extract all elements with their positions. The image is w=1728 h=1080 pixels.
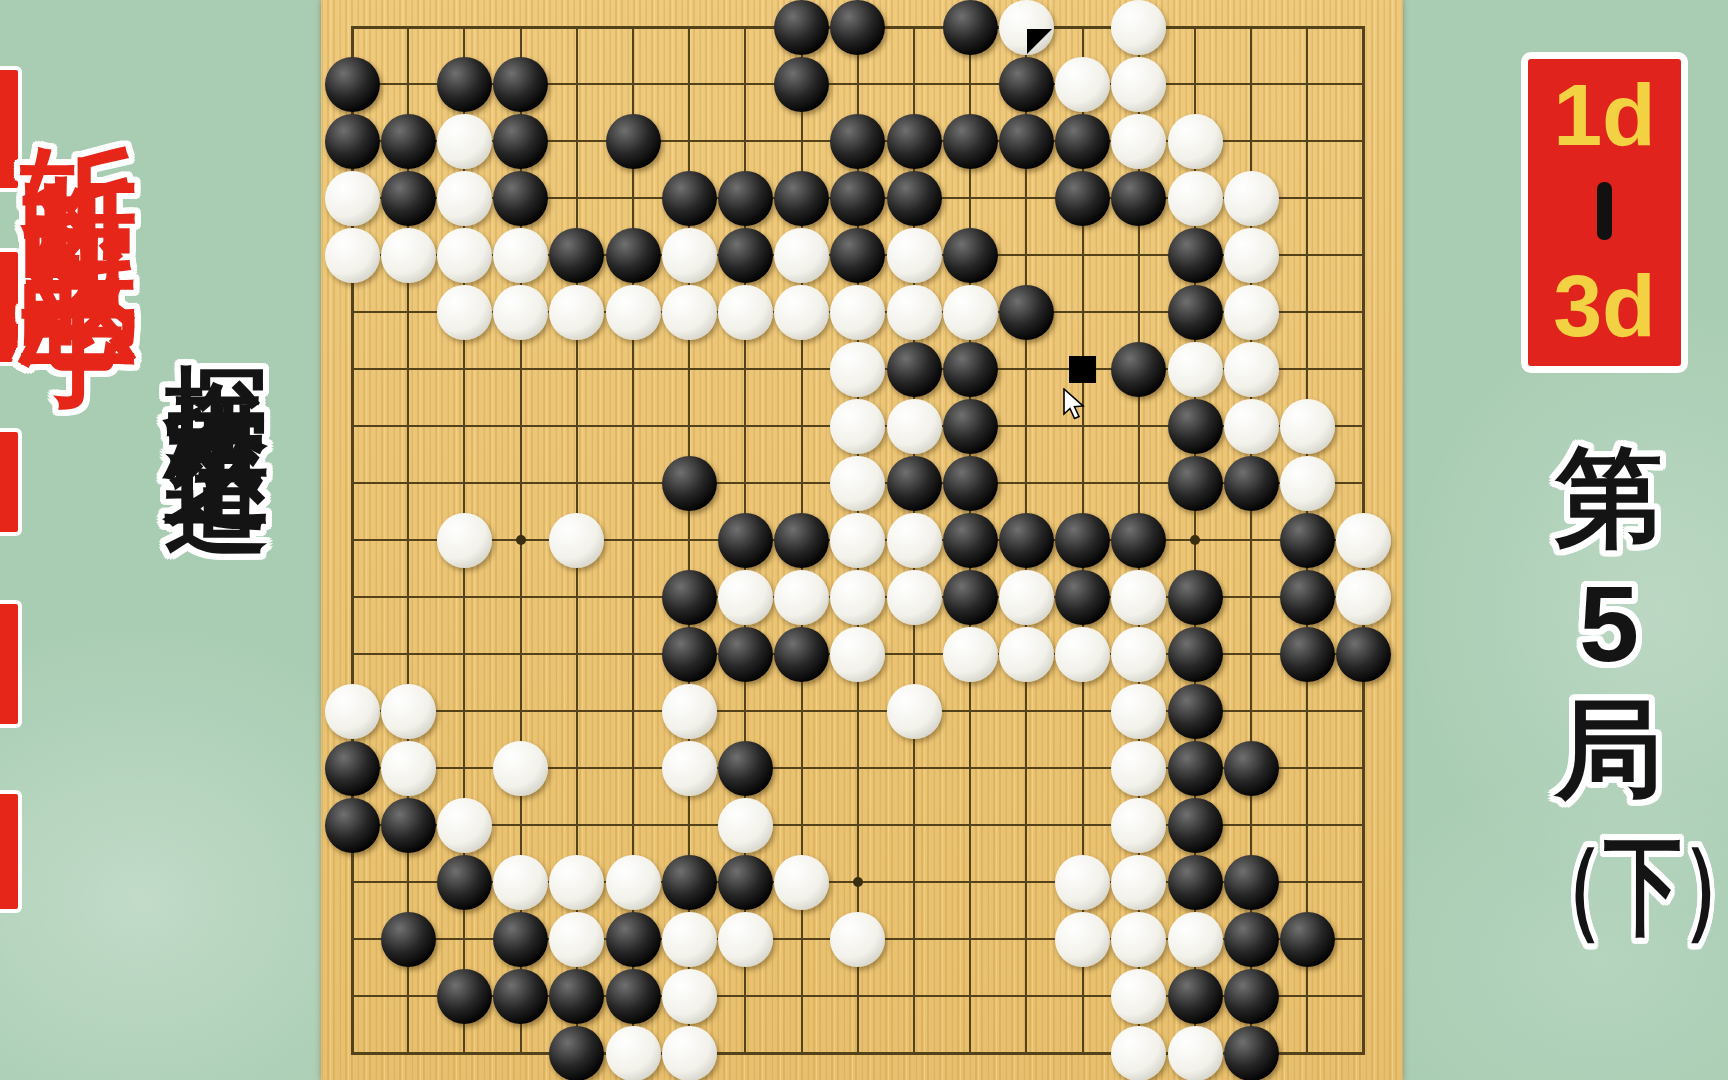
black-stone (774, 513, 829, 568)
white-stone (830, 399, 885, 454)
white-stone (1168, 342, 1223, 397)
black-stone (606, 114, 661, 169)
black-stone (1111, 513, 1166, 568)
black-stone (718, 171, 773, 226)
black-stone (325, 114, 380, 169)
white-stone (1168, 171, 1223, 226)
black-stone (1168, 969, 1223, 1024)
episode-caption-char: 5 (1494, 568, 1724, 680)
black-stone (549, 1026, 604, 1080)
white-stone (887, 684, 942, 739)
white-stone (774, 855, 829, 910)
white-stone (1224, 342, 1279, 397)
black-stone (943, 228, 998, 283)
black-stone (662, 171, 717, 226)
black-stone (999, 285, 1054, 340)
black-stone (830, 114, 885, 169)
white-stone (1111, 1026, 1166, 1080)
square-marker (1069, 356, 1096, 383)
black-stone (1168, 798, 1223, 853)
black-stone (325, 57, 380, 112)
white-stone (1224, 285, 1279, 340)
black-stone (1168, 741, 1223, 796)
black-stone (381, 114, 436, 169)
black-stone (999, 513, 1054, 568)
black-stone (943, 0, 998, 55)
white-stone (325, 228, 380, 283)
white-stone (1111, 969, 1166, 1024)
black-stone (662, 627, 717, 682)
black-stone (943, 513, 998, 568)
black-stone (1055, 570, 1110, 625)
black-stone (1280, 627, 1335, 682)
white-stone (662, 285, 717, 340)
black-stone (943, 456, 998, 511)
white-stone (381, 684, 436, 739)
white-stone (830, 456, 885, 511)
rank-badge-top: 1d (1553, 69, 1656, 161)
black-stone (830, 171, 885, 226)
black-stone (1224, 456, 1279, 511)
clipped-text-fragment (0, 600, 22, 728)
white-stone (1336, 570, 1391, 625)
black-stone (1168, 684, 1223, 739)
white-stone (549, 855, 604, 910)
black-stone (887, 342, 942, 397)
white-stone (1111, 570, 1166, 625)
white-stone (718, 570, 773, 625)
white-stone (999, 627, 1054, 682)
white-stone (1055, 855, 1110, 910)
black-stone (943, 399, 998, 454)
white-stone (1055, 912, 1110, 967)
rank-badge-divider (1597, 182, 1612, 240)
white-stone (718, 285, 773, 340)
white-stone (830, 285, 885, 340)
black-stone (774, 171, 829, 226)
black-stone (606, 912, 661, 967)
black-stone (1224, 969, 1279, 1024)
black-stone (774, 0, 829, 55)
black-stone (1280, 513, 1335, 568)
white-stone (662, 684, 717, 739)
white-stone (887, 399, 942, 454)
white-stone (999, 570, 1054, 625)
black-stone (718, 513, 773, 568)
white-stone (1336, 513, 1391, 568)
white-stone (1111, 684, 1166, 739)
white-stone (325, 684, 380, 739)
white-stone (1111, 114, 1166, 169)
black-stone (606, 969, 661, 1024)
black-stone (1224, 855, 1279, 910)
black-stone (943, 342, 998, 397)
white-stone (887, 228, 942, 283)
black-stone (887, 456, 942, 511)
black-stone (606, 228, 661, 283)
white-stone (943, 627, 998, 682)
white-stone (662, 741, 717, 796)
white-stone (662, 1026, 717, 1080)
white-stone (549, 285, 604, 340)
black-stone (1168, 399, 1223, 454)
white-stone (830, 912, 885, 967)
black-stone (943, 114, 998, 169)
white-stone (1111, 57, 1166, 112)
white-stone (662, 912, 717, 967)
black-stone (493, 912, 548, 967)
white-stone (606, 285, 661, 340)
white-stone (1111, 627, 1166, 682)
black-stone (662, 570, 717, 625)
black-stone (1224, 1026, 1279, 1080)
white-stone (381, 741, 436, 796)
black-stone (718, 228, 773, 283)
black-stone (1055, 171, 1110, 226)
black-stone (493, 114, 548, 169)
white-stone (437, 285, 492, 340)
black-stone (1168, 285, 1223, 340)
black-stone (437, 969, 492, 1024)
white-stone (1224, 171, 1279, 226)
black-stone (1111, 342, 1166, 397)
white-stone (1168, 1026, 1223, 1080)
black-stone (1280, 912, 1335, 967)
white-stone (830, 627, 885, 682)
black-stone (718, 855, 773, 910)
black-stone (943, 570, 998, 625)
black-stone (999, 57, 1054, 112)
white-stone (1055, 57, 1110, 112)
black-stone (999, 114, 1054, 169)
white-stone (493, 741, 548, 796)
black-stone (1336, 627, 1391, 682)
white-stone (437, 513, 492, 568)
black-stone (1224, 741, 1279, 796)
white-stone (1111, 912, 1166, 967)
black-stone (830, 0, 885, 55)
white-stone (774, 228, 829, 283)
white-stone (887, 285, 942, 340)
black-stone (381, 171, 436, 226)
episode-caption-char: 第 (1494, 442, 1724, 554)
black-stone (381, 912, 436, 967)
black-stone (437, 855, 492, 910)
star-point (1190, 535, 1200, 545)
white-stone (1111, 0, 1166, 55)
white-stone (437, 228, 492, 283)
black-stone (774, 57, 829, 112)
clipped-text-fragment (0, 428, 22, 536)
clipped-text-fragment (0, 790, 22, 913)
white-stone (718, 912, 773, 967)
app-root: { "game": "go", "board_size": 19, "posit… (0, 0, 1728, 1080)
white-stone (887, 570, 942, 625)
white-stone (1111, 798, 1166, 853)
black-stone (1224, 912, 1279, 967)
white-stone (830, 513, 885, 568)
rank-badge-bottom: 3d (1553, 260, 1656, 352)
white-stone (437, 114, 492, 169)
white-stone (830, 342, 885, 397)
white-stone (549, 912, 604, 967)
white-stone (381, 228, 436, 283)
black-stone (493, 171, 548, 226)
white-stone (774, 570, 829, 625)
white-stone (774, 285, 829, 340)
white-stone (943, 285, 998, 340)
black-stone (662, 456, 717, 511)
black-stone (1168, 456, 1223, 511)
white-stone (606, 855, 661, 910)
episode-caption-char: 局 (1494, 694, 1724, 806)
black-stone (718, 627, 773, 682)
black-stone (437, 57, 492, 112)
white-stone (887, 513, 942, 568)
episode-caption-char: （下） (1526, 830, 1692, 942)
black-stone (1055, 513, 1110, 568)
black-stone (1168, 627, 1223, 682)
black-stone (774, 627, 829, 682)
star-point (853, 877, 863, 887)
black-stone (830, 228, 885, 283)
white-stone (1168, 114, 1223, 169)
white-stone (1168, 912, 1223, 967)
triangle-marker (1027, 29, 1052, 54)
white-stone (718, 798, 773, 853)
black-stone (325, 798, 380, 853)
star-point (516, 535, 526, 545)
black-stone (1168, 228, 1223, 283)
black-stone (887, 171, 942, 226)
black-stone (1055, 114, 1110, 169)
black-stone (381, 798, 436, 853)
black-stone (662, 855, 717, 910)
white-stone (493, 285, 548, 340)
clipped-text-fragment (0, 248, 22, 366)
white-stone (606, 1026, 661, 1080)
black-stone (493, 969, 548, 1024)
white-stone (549, 513, 604, 568)
white-stone (662, 969, 717, 1024)
mouse-cursor-icon (1062, 388, 1088, 422)
black-stone (718, 741, 773, 796)
white-stone (1111, 855, 1166, 910)
white-stone (1280, 399, 1335, 454)
black-stone (549, 969, 604, 1024)
black-stone (325, 741, 380, 796)
black-stone (887, 114, 942, 169)
black-stone (1168, 570, 1223, 625)
white-stone (1224, 228, 1279, 283)
black-stone (1280, 570, 1335, 625)
white-stone (1224, 399, 1279, 454)
go-board[interactable] (321, 0, 1403, 1080)
black-stone (1168, 855, 1223, 910)
left-red-caption: 斩断实战恶手 (2, 52, 158, 226)
black-stone (1111, 171, 1166, 226)
white-stone (437, 798, 492, 853)
white-stone (662, 228, 717, 283)
rank-badge: 1d 3d (1521, 52, 1688, 373)
left-black-caption: 探索棋之正道 (148, 282, 288, 390)
white-stone (493, 855, 548, 910)
black-stone (549, 228, 604, 283)
white-stone (1055, 627, 1110, 682)
white-stone (830, 570, 885, 625)
white-stone (325, 171, 380, 226)
white-stone (493, 228, 548, 283)
black-stone (493, 57, 548, 112)
white-stone (1111, 741, 1166, 796)
white-stone (437, 171, 492, 226)
white-stone (1280, 456, 1335, 511)
